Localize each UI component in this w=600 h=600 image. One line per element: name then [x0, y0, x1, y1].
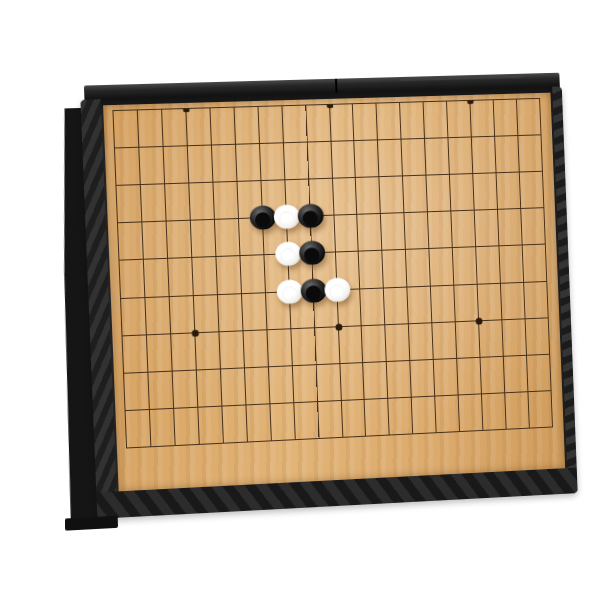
grid-cell: [147, 334, 173, 372]
grid-cell: [402, 139, 427, 177]
grid-cell: [338, 326, 363, 364]
grid-cell: [456, 321, 481, 359]
grid-cell: [171, 333, 197, 371]
grid-cell: [195, 332, 221, 370]
grid-cell: [387, 361, 412, 399]
go-board-surface: ●○●○●○●○: [103, 93, 565, 492]
grid-cell: [166, 221, 192, 259]
grid-cell: [126, 410, 152, 449]
grid-cell: [365, 399, 390, 437]
grid-cell: [124, 372, 150, 411]
grid-cell: [221, 368, 246, 406]
grid-cell: [141, 184, 167, 222]
go-set: ●○●○●○●○: [53, 71, 582, 527]
grid-cell: [340, 363, 365, 401]
grid-cell: [144, 259, 170, 297]
grid-cell: [424, 102, 449, 139]
white-stone-glyph: ○: [279, 244, 297, 265]
grid-cell: [409, 323, 434, 361]
grid-cell: [498, 209, 523, 246]
grid-cell: [389, 398, 414, 436]
grid-cell: [315, 327, 340, 365]
grid-cell: [457, 358, 482, 396]
grid-cell: [406, 249, 431, 287]
grid-cell: [524, 281, 549, 318]
grid-cell: [306, 105, 331, 143]
grid-cell: [427, 175, 452, 213]
grid-cell: [192, 257, 218, 295]
grid-cell: [138, 110, 164, 148]
grid-cell: [378, 140, 403, 178]
grid-cell: [500, 246, 525, 283]
grid-cell: [291, 328, 316, 366]
grid-cell: [115, 148, 141, 186]
grid-cell: [269, 366, 294, 404]
grid-cell: [236, 144, 261, 182]
grid-cell: [215, 219, 240, 257]
grid-cell: [476, 247, 501, 285]
grid-cell: [139, 147, 165, 185]
grid-cell: [364, 362, 389, 400]
grid-cell: [403, 176, 428, 214]
grid-cell: [334, 215, 359, 253]
grid-cell: [316, 364, 341, 402]
grid-cell: [189, 183, 215, 221]
grid-cell: [478, 283, 503, 321]
grid-cell: [216, 257, 241, 295]
grid-cell: [307, 142, 332, 180]
grid-cell: [341, 400, 366, 438]
grid-cell: [504, 356, 529, 394]
grid-cell: [191, 220, 217, 258]
grid-cell: [356, 177, 381, 215]
grid-cell: [383, 250, 408, 288]
product-photo: ●○●○●○●○: [0, 0, 600, 600]
grid-cell: [523, 245, 548, 282]
white-stone-glyph: ○: [277, 207, 295, 228]
grid-cell: [521, 208, 546, 245]
grid-cell: [330, 104, 355, 142]
grid-cell: [497, 173, 522, 210]
grid-cell: [173, 370, 199, 408]
grid-cell: [174, 408, 200, 446]
grid-cell: [471, 100, 496, 137]
grid-cell: [145, 297, 171, 335]
grid-cell: [142, 222, 168, 260]
grid-cell: [475, 210, 500, 247]
grid-cell: [150, 409, 176, 448]
grid-cell: [362, 325, 387, 363]
white-stone-glyph: ○: [328, 279, 346, 300]
case-foot: [65, 516, 118, 531]
grid-cell: [113, 110, 139, 148]
grid-cell: [505, 392, 530, 430]
grid-cell: [270, 403, 295, 441]
grid-cell: [267, 329, 292, 367]
grid-cell: [479, 320, 504, 358]
grid-cell: [186, 108, 212, 146]
grid-cell: [452, 211, 477, 249]
white-stone-glyph: ○: [280, 281, 298, 302]
grid-cell: [386, 324, 411, 362]
grid-cell: [198, 406, 224, 444]
grid-cell: [213, 182, 239, 220]
hinge-step: [401, 72, 523, 81]
grid-cell: [243, 330, 268, 368]
grid-cell: [168, 258, 194, 296]
grid-cell: [384, 287, 409, 325]
grid-cell: [120, 260, 146, 298]
grid-cell: [502, 319, 527, 357]
grid-cell: [517, 99, 542, 136]
grid-cell: [355, 140, 380, 178]
grid-cell: [481, 357, 506, 395]
grid-cell: [435, 395, 460, 433]
grid-cell: [292, 365, 317, 403]
black-stone-glyph: ●: [303, 243, 321, 264]
grid-cell: [245, 367, 270, 405]
grid-cell: [520, 172, 545, 209]
grid-cell: [434, 359, 459, 397]
grid-cell: [331, 141, 356, 179]
grid-cell: [425, 138, 450, 176]
grid-cell: [454, 284, 479, 322]
grid-cell: [242, 293, 267, 331]
grid-cell: [282, 106, 307, 144]
grid-cell: [118, 223, 144, 261]
grid-cell: [188, 146, 214, 184]
grid-cell: [260, 143, 285, 181]
grid-cell: [377, 103, 402, 141]
grid-cell: [528, 391, 553, 429]
grid-cell: [333, 178, 358, 216]
grid-cell: [284, 143, 309, 181]
grid-cell: [428, 212, 453, 250]
grid-cell: [473, 173, 498, 210]
grid-cell: [433, 322, 458, 360]
grid-cell: [400, 102, 425, 140]
grid-cell: [518, 135, 543, 172]
grid-cell: [222, 405, 247, 443]
grid-cell: [412, 396, 437, 434]
grid-cell: [381, 213, 406, 251]
grid-cell: [447, 101, 472, 138]
grid-cell: [494, 100, 519, 137]
grid-cell: [361, 288, 386, 326]
grid-cell: [116, 185, 142, 223]
grid-cell: [353, 104, 378, 142]
grid-cell: [165, 184, 191, 222]
grid-cell: [459, 394, 484, 432]
grid-cell: [163, 146, 189, 184]
grid-cell: [219, 331, 244, 369]
grid-cell: [359, 251, 384, 289]
grid-cell: [240, 256, 265, 294]
grid-cell: [449, 138, 474, 175]
grid-cell: [405, 213, 430, 251]
grid-cell: [318, 401, 343, 439]
grid-cell: [294, 402, 319, 440]
grid-cell: [472, 137, 497, 174]
grid-cell: [194, 295, 220, 333]
black-stone-glyph: ●: [304, 280, 322, 301]
black-stone-glyph: ●: [301, 206, 319, 227]
grid-cell: [170, 296, 196, 334]
grid-cell: [450, 174, 475, 212]
grid-cell: [453, 248, 478, 286]
grid-cell: [210, 108, 236, 146]
grid-cell: [258, 106, 283, 144]
grid-cell: [430, 248, 455, 286]
grid-cell: [358, 214, 383, 252]
grid-cell: [212, 145, 238, 183]
grid-cell: [246, 404, 271, 442]
grid-cell: [482, 393, 507, 431]
grid-cell: [234, 107, 259, 145]
grid-cell: [431, 285, 456, 323]
grid-cell: [148, 371, 174, 409]
grid-cell: [162, 109, 188, 147]
grid-cell: [123, 335, 149, 373]
grid-cell: [411, 360, 436, 398]
black-stone-glyph: ●: [253, 208, 271, 229]
grid-cell: [526, 318, 551, 356]
grid-cell: [408, 286, 433, 324]
grid-cell: [121, 298, 147, 336]
grid-cell: [495, 136, 520, 173]
grid-cell: [197, 369, 223, 407]
grid-cell: [527, 354, 552, 392]
grid-cell: [218, 294, 243, 332]
grid-cell: [501, 282, 526, 320]
go-board-grid: ●○●○●○●○: [112, 98, 553, 449]
grid-cell: [380, 177, 405, 215]
